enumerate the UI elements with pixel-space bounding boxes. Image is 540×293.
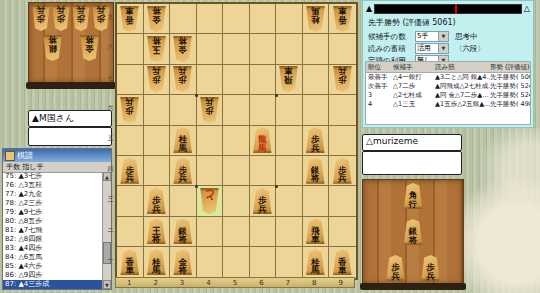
board-cell[interactable]: [197, 156, 224, 186]
board-cell[interactable]: [223, 4, 250, 34]
board-cell[interactable]: [329, 126, 356, 156]
board-cell[interactable]: [223, 34, 250, 64]
evaluation-bar: [374, 4, 522, 14]
sente-piece-金将[interactable]: 金将: [146, 6, 167, 32]
control-side-text: 〈六段〉: [455, 44, 485, 54]
scroll-down-icon[interactable]: ▼: [103, 280, 111, 289]
board-cell[interactable]: [197, 4, 224, 34]
board-cell[interactable]: 金将: [170, 247, 197, 277]
board-cell[interactable]: [223, 247, 250, 277]
kifu-row[interactable]: 76: △3五桂: [3, 181, 102, 190]
board-cell[interactable]: 桂馬: [170, 126, 197, 156]
sente-piece-と[interactable]: と: [199, 188, 220, 214]
board-cell[interactable]: [197, 217, 224, 247]
gote-piece-歩兵[interactable]: 歩兵: [172, 158, 193, 184]
candidate-cell: 3: [366, 91, 393, 100]
candidate-row[interactable]: 最善手△4一銀打▲3二と△同 銀▲4…先手勝勢( 5061): [366, 73, 530, 82]
gote-piece-歩兵[interactable]: 歩兵: [305, 127, 326, 153]
board-cell[interactable]: 歩兵: [170, 65, 197, 95]
board-cell[interactable]: 歩兵: [117, 156, 144, 186]
board-cell[interactable]: 飛車: [303, 217, 330, 247]
rank-label: 六: [107, 93, 114, 123]
sente-piece-歩兵[interactable]: 歩兵: [172, 66, 193, 92]
candidate-cell: 次善手: [366, 82, 393, 91]
sente-piece-歩兵[interactable]: 歩兵: [71, 5, 91, 31]
sente-piece-歩兵[interactable]: 歩兵: [146, 66, 167, 92]
kifu-row[interactable]: 85: ▲4六歩: [3, 262, 102, 271]
candidate-cell: ▲1五歩△2五銀▲…: [435, 100, 490, 109]
candidate-cell: △1三玉: [393, 100, 435, 109]
candidate-cell: ▲3二と△同 銀▲4…: [435, 73, 490, 82]
kifu-row[interactable]: 82: △8四銀: [3, 235, 102, 244]
candidate-row[interactable]: 4△1三玉▲1五歩△2五銀▲…先手勝勢( 4986): [366, 100, 530, 109]
board-cell[interactable]: 歩兵: [250, 186, 277, 216]
board-cell[interactable]: [276, 34, 303, 64]
board-cell[interactable]: [303, 186, 330, 216]
board-cell[interactable]: [250, 34, 277, 64]
board-cell[interactable]: [329, 217, 356, 247]
candidate-cell: 先手勝勢( 5061): [490, 73, 530, 82]
gote-piece-金将[interactable]: 金将: [172, 249, 193, 275]
sente-piece-銀将[interactable]: 銀将: [42, 35, 63, 61]
board-cell[interactable]: [276, 156, 303, 186]
board-cell[interactable]: [223, 95, 250, 125]
board-cell[interactable]: [329, 95, 356, 125]
gote-piece-歩兵[interactable]: 歩兵: [332, 158, 353, 184]
board-cell[interactable]: [223, 65, 250, 95]
candidate-cell: △4一銀打: [393, 73, 435, 82]
candidate-table-header: 順位 候補手 読み筋 形勢 (評価値): [366, 62, 530, 73]
board-cell[interactable]: 歩兵: [170, 156, 197, 186]
board-cell[interactable]: 香車: [329, 247, 356, 277]
kifu-row[interactable]: 84: △6五馬: [3, 253, 102, 262]
sente-piece-金将[interactable]: 金将: [172, 36, 193, 62]
gote-piece-桂馬[interactable]: 桂馬: [305, 249, 326, 275]
board-cell[interactable]: 歩兵: [197, 95, 224, 125]
gote-mark: △: [524, 4, 530, 14]
star-point: [275, 185, 278, 188]
board-cell[interactable]: [117, 34, 144, 64]
board-cell[interactable]: 歩兵: [117, 95, 144, 125]
sente-piece-歩兵[interactable]: 歩兵: [31, 5, 51, 31]
gote-piece-香車[interactable]: 香車: [332, 249, 353, 275]
header-pv: 読み筋: [435, 62, 490, 72]
rank-label: 八: [107, 32, 114, 62]
board-cell[interactable]: [303, 95, 330, 125]
board-cell[interactable]: [170, 95, 197, 125]
gote-piece-歩兵[interactable]: 歩兵: [252, 188, 273, 214]
sente-piece-香車[interactable]: 香車: [332, 6, 353, 32]
board-cell[interactable]: [144, 156, 171, 186]
rank-label: 四: [107, 154, 114, 184]
board-cell[interactable]: [276, 217, 303, 247]
control-row: 読みの蓄積活用▼〈六段〉: [368, 43, 485, 54]
board-cell[interactable]: 歩兵: [329, 156, 356, 186]
control-label: 読みの蓄積: [368, 44, 415, 54]
gote-piece-銀将[interactable]: 銀将: [305, 158, 326, 184]
file-label: 4: [195, 278, 221, 287]
gote-piece-銀将[interactable]: 銀将: [403, 219, 424, 245]
komadai-base: [26, 82, 116, 89]
candidate-cell: 先手勝勢( 5241): [490, 91, 530, 100]
board-cell[interactable]: 銀将: [303, 156, 330, 186]
rank-label: 二: [107, 215, 114, 245]
gote-memo-box: [362, 151, 462, 175]
kifu-titlebar[interactable]: 棋譜: [3, 149, 111, 162]
chevron-down-icon[interactable]: ▼: [438, 32, 448, 41]
board-cell[interactable]: [223, 156, 250, 186]
gote-piece-龍馬[interactable]: 龍馬: [252, 127, 273, 153]
file-labels: 123456789: [115, 277, 355, 288]
candidate-cell: △2七桂成: [393, 91, 435, 100]
gote-name-box: △murizeme: [362, 134, 462, 151]
board-cell[interactable]: [197, 65, 224, 95]
candidate-cell: 最善手: [366, 73, 393, 82]
header-rank: 順位: [366, 62, 393, 72]
board-cell[interactable]: [276, 95, 303, 125]
gote-piece-桂馬[interactable]: 桂馬: [172, 127, 193, 153]
kifu-row[interactable]: 87: ▲4三歩成: [3, 280, 102, 289]
board-cell[interactable]: 歩兵: [144, 65, 171, 95]
sente-piece-桂馬[interactable]: 桂馬: [305, 6, 326, 32]
file-label: 8: [301, 278, 327, 287]
rank-label: 九: [107, 2, 114, 32]
kifu-row[interactable]: 78: △2三歩: [3, 199, 102, 208]
candidate-cell: ▲同 金△7二歩▲…: [435, 91, 490, 100]
board-cell[interactable]: [250, 65, 277, 95]
sente-name: ▲M国さん: [32, 113, 74, 123]
board-cell-last-move[interactable]: と: [197, 186, 224, 216]
sente-komadai: 歩兵歩兵歩兵歩兵銀将金将: [28, 2, 114, 84]
dropdown-value: 5手: [416, 32, 438, 41]
gote-piece-王将[interactable]: 王将: [146, 218, 167, 244]
file-label: 6: [248, 278, 274, 287]
board-cell[interactable]: [197, 34, 224, 64]
gote-piece-歩兵[interactable]: 歩兵: [119, 158, 140, 184]
candidate-cell: ▲同飛成△2七桂成…: [435, 82, 490, 91]
board-cell[interactable]: 桂馬: [303, 4, 330, 34]
gote-piece-歩兵[interactable]: 歩兵: [385, 255, 406, 281]
board-cell[interactable]: [223, 186, 250, 216]
star-point: [275, 94, 278, 97]
board-cell[interactable]: [144, 126, 171, 156]
gote-name: △murizeme: [366, 136, 418, 146]
analysis-panel: ▲ △ 先手勝勢 (評価値 5061) 候補手の数5手▼思考中読みの蓄積活用▼〈…: [362, 0, 534, 128]
evaluation-tick: [455, 4, 457, 14]
kifu-row[interactable]: 80: △8五歩: [3, 217, 102, 226]
sente-name-box: ▲M国さん: [28, 110, 112, 127]
star-point: [195, 185, 198, 188]
board-cell[interactable]: 歩兵: [303, 126, 330, 156]
board-cell[interactable]: [117, 186, 144, 216]
board-cell[interactable]: [223, 126, 250, 156]
board-cell[interactable]: 香車: [117, 4, 144, 34]
board-cell[interactable]: [144, 95, 171, 125]
board-cell[interactable]: [250, 95, 277, 125]
file-label: 7: [275, 278, 301, 287]
kifu-window: 棋譜 手数 指し手 75: ▲3七歩76: △3五桂77: ▲2九金78: △2…: [2, 148, 112, 290]
board-cell[interactable]: [197, 126, 224, 156]
sente-piece-歩兵[interactable]: 歩兵: [119, 97, 140, 123]
candidate-row[interactable]: 3△2七桂成▲同 金△7二歩▲…先手勝勢( 5241): [366, 91, 530, 100]
board-cell[interactable]: 銀将: [170, 217, 197, 247]
sente-mark: ▲: [366, 4, 372, 14]
candidate-row[interactable]: 次善手△7二歩▲同飛成△2七桂成…先手勝勢( 5241): [366, 82, 530, 91]
sente-piece-玉将[interactable]: 玉将: [146, 36, 167, 62]
board-cell[interactable]: [223, 217, 250, 247]
gote-piece-角行[interactable]: 角行: [403, 183, 424, 209]
board-cell[interactable]: [276, 4, 303, 34]
board-cell[interactable]: 香車: [329, 4, 356, 34]
board-cell[interactable]: [329, 186, 356, 216]
sente-piece-香車[interactable]: 香車: [119, 6, 140, 32]
sente-memo-box: [28, 127, 112, 146]
board-cell[interactable]: [197, 247, 224, 277]
kifu-window-icon: [5, 151, 15, 161]
kifu-row[interactable]: 83: ▲4四歩: [3, 244, 102, 253]
board-cell[interactable]: [250, 217, 277, 247]
dropdown-value: 活用: [416, 44, 438, 53]
rank-labels: 九八七六五四三二一: [107, 2, 114, 276]
kifu-move-list[interactable]: 75: ▲3七歩76: △3五桂77: ▲2九金78: △2三歩79: ▲9七歩…: [3, 172, 102, 289]
control-row: 候補手の数5手▼思考中: [368, 31, 478, 42]
dropdown-候補手の数[interactable]: 5手▼: [415, 31, 449, 42]
candidate-cell: 先手勝勢( 4986): [490, 100, 530, 109]
kifu-row[interactable]: 79: ▲9七歩: [3, 208, 102, 217]
gote-piece-銀将[interactable]: 銀将: [172, 218, 193, 244]
board-cell[interactable]: [303, 65, 330, 95]
board-cell[interactable]: 桂馬: [303, 247, 330, 277]
evaluation-bar-row: ▲ △: [366, 4, 530, 14]
board-cell[interactable]: [250, 156, 277, 186]
header-move: 候補手: [393, 62, 435, 72]
board-cell[interactable]: [250, 4, 277, 34]
board-cell[interactable]: [276, 126, 303, 156]
control-label: 候補手の数: [368, 32, 415, 42]
rank-label: 七: [107, 63, 114, 93]
candidate-cell: △7二歩: [393, 82, 435, 91]
board-grid: 香車金将桂馬香車玉将金将歩兵歩兵飛車歩兵歩兵歩兵桂馬龍馬歩兵歩兵歩兵銀将歩兵歩兵…: [115, 2, 358, 280]
star-point: [195, 94, 198, 97]
board-cell[interactable]: 香車: [117, 247, 144, 277]
gote-piece-桂馬[interactable]: 桂馬: [146, 249, 167, 275]
board-cell[interactable]: [329, 34, 356, 64]
header-eval: 形勢 (評価値): [490, 62, 530, 72]
rank-label: 三: [107, 185, 114, 215]
file-label: 5: [222, 278, 248, 287]
komadai-base: [360, 283, 466, 290]
board-cell[interactable]: 玉将: [144, 34, 171, 64]
sente-piece-歩兵[interactable]: 歩兵: [332, 66, 353, 92]
sente-piece-飛車[interactable]: 飛車: [278, 66, 299, 92]
candidate-cell: 4: [366, 100, 393, 109]
judgement-text: 先手勝勢 (評価値 5061): [368, 17, 456, 28]
board-cell[interactable]: 金将: [170, 34, 197, 64]
board-cell[interactable]: [117, 217, 144, 247]
gote-piece-飛車[interactable]: 飛車: [305, 218, 326, 244]
rank-label: 一: [107, 246, 114, 276]
dropdown-読みの蓄積[interactable]: 活用▼: [415, 43, 449, 54]
board-cell[interactable]: [117, 126, 144, 156]
board-cell[interactable]: [250, 247, 277, 277]
kifu-row[interactable]: 81: ▲7七飛: [3, 226, 102, 235]
kifu-row[interactable]: 77: ▲2九金: [3, 190, 102, 199]
file-label: 3: [169, 278, 195, 287]
chevron-down-icon[interactable]: ▼: [438, 44, 448, 53]
candidate-table: 順位 候補手 読み筋 形勢 (評価値) 最善手△4一銀打▲3二と△同 銀▲4…先…: [365, 61, 531, 125]
rank-label: 五: [107, 124, 114, 154]
kifu-row[interactable]: 86: △9四歩: [3, 271, 102, 280]
board-cell[interactable]: 龍馬: [250, 126, 277, 156]
sente-piece-歩兵[interactable]: 歩兵: [51, 5, 71, 31]
kifu-row[interactable]: 75: ▲3七歩: [3, 172, 102, 181]
file-label: 1: [116, 278, 142, 287]
board-cell[interactable]: 桂馬: [144, 247, 171, 277]
board-cell[interactable]: [170, 4, 197, 34]
gote-piece-歩兵[interactable]: 歩兵: [420, 255, 441, 281]
control-side-text: 思考中: [455, 32, 478, 42]
board-cell[interactable]: [170, 186, 197, 216]
file-label: 9: [328, 278, 354, 287]
board-cell[interactable]: 飛車: [276, 65, 303, 95]
kifu-title: 棋譜: [17, 150, 33, 161]
candidate-cell: 先手勝勢( 5241): [490, 82, 530, 91]
file-label: 2: [142, 278, 168, 287]
gote-piece-歩兵[interactable]: 歩兵: [146, 188, 167, 214]
board-cell[interactable]: [117, 65, 144, 95]
board-cell[interactable]: 金将: [144, 4, 171, 34]
board-cell[interactable]: 歩兵: [144, 186, 171, 216]
sente-piece-金将[interactable]: 金将: [79, 35, 100, 61]
board-cell[interactable]: 歩兵: [329, 65, 356, 95]
board-cell[interactable]: 王将: [144, 217, 171, 247]
board-cell[interactable]: [276, 186, 303, 216]
board-cell[interactable]: [276, 247, 303, 277]
sente-piece-歩兵[interactable]: 歩兵: [199, 97, 220, 123]
gote-piece-香車[interactable]: 香車: [119, 249, 140, 275]
board-cell[interactable]: [303, 34, 330, 64]
background-photo-blur: [462, 128, 540, 293]
gote-komadai: 角行銀将歩兵歩兵: [362, 179, 464, 285]
